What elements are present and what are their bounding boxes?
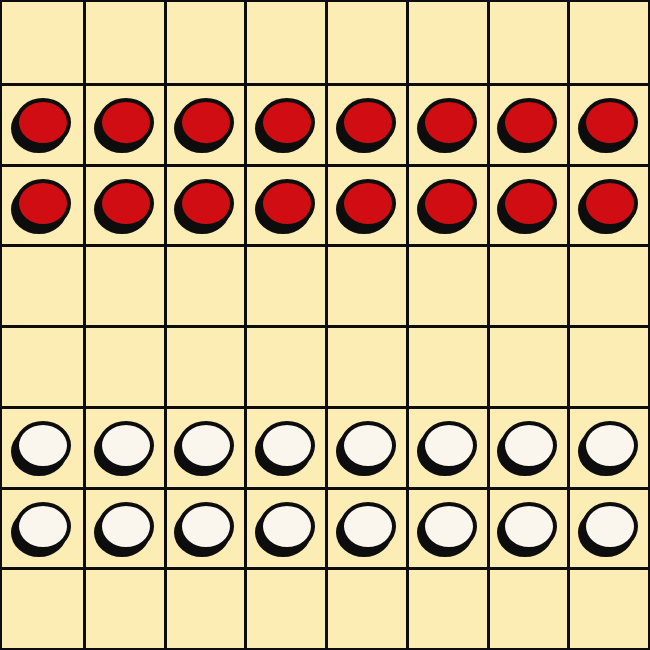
board-cell[interactable] [487, 487, 568, 568]
board-cell[interactable] [244, 164, 325, 245]
board-cell[interactable] [164, 487, 245, 568]
board [0, 0, 650, 650]
red-man[interactable] [421, 179, 477, 228]
red-man[interactable] [421, 98, 477, 147]
board-cell[interactable] [164, 83, 245, 164]
red-man[interactable] [340, 179, 396, 228]
red-man[interactable] [582, 98, 638, 147]
white-man[interactable] [98, 421, 154, 470]
red-man[interactable] [15, 98, 71, 147]
board-cell[interactable] [2, 244, 83, 325]
red-man[interactable] [178, 98, 234, 147]
white-man[interactable] [582, 421, 638, 470]
board-cell[interactable] [325, 244, 406, 325]
board-cell[interactable] [487, 325, 568, 406]
board-cell[interactable] [164, 567, 245, 648]
board-cell[interactable] [2, 406, 83, 487]
red-man[interactable] [501, 98, 557, 147]
board-cell[interactable] [244, 2, 325, 83]
board-cell[interactable] [487, 406, 568, 487]
board-cell[interactable] [2, 83, 83, 164]
red-man[interactable] [259, 179, 315, 228]
board-cell[interactable] [325, 164, 406, 245]
white-man[interactable] [501, 502, 557, 551]
board-cell[interactable] [567, 2, 648, 83]
board-cell[interactable] [244, 325, 325, 406]
board-cell[interactable] [567, 567, 648, 648]
board-cell[interactable] [83, 487, 164, 568]
board-cell[interactable] [244, 244, 325, 325]
white-man[interactable] [259, 421, 315, 470]
board-cell[interactable] [2, 325, 83, 406]
board-cell[interactable] [244, 567, 325, 648]
board-cell[interactable] [567, 83, 648, 164]
board-cell[interactable] [487, 2, 568, 83]
board-cell[interactable] [164, 244, 245, 325]
board-cell[interactable] [244, 487, 325, 568]
board-cell[interactable] [406, 567, 487, 648]
board-cell[interactable] [406, 244, 487, 325]
white-man[interactable] [15, 502, 71, 551]
board-cell[interactable] [83, 406, 164, 487]
board-cell[interactable] [83, 164, 164, 245]
board-cell[interactable] [83, 2, 164, 83]
board-cell[interactable] [2, 567, 83, 648]
board-cell[interactable] [406, 164, 487, 245]
board-cell[interactable] [567, 487, 648, 568]
board-cell[interactable] [406, 406, 487, 487]
board-cell[interactable] [83, 325, 164, 406]
white-man[interactable] [98, 502, 154, 551]
white-man[interactable] [582, 502, 638, 551]
board-cell[interactable] [325, 406, 406, 487]
board-cell[interactable] [2, 164, 83, 245]
white-man[interactable] [178, 421, 234, 470]
board-cell[interactable] [567, 244, 648, 325]
board-cell[interactable] [325, 567, 406, 648]
white-man[interactable] [178, 502, 234, 551]
red-man[interactable] [178, 179, 234, 228]
white-man[interactable] [421, 502, 477, 551]
board-cell[interactable] [83, 244, 164, 325]
board-cell[interactable] [487, 83, 568, 164]
board-cell[interactable] [406, 2, 487, 83]
red-man[interactable] [98, 98, 154, 147]
board-cell[interactable] [164, 164, 245, 245]
board-cell[interactable] [406, 487, 487, 568]
board-cell[interactable] [567, 325, 648, 406]
board-cell[interactable] [164, 325, 245, 406]
red-man[interactable] [340, 98, 396, 147]
board-cell[interactable] [244, 83, 325, 164]
board-cell[interactable] [2, 487, 83, 568]
red-man[interactable] [259, 98, 315, 147]
board-cell[interactable] [567, 406, 648, 487]
white-man[interactable] [501, 421, 557, 470]
board-cell[interactable] [164, 406, 245, 487]
board-cell[interactable] [164, 2, 245, 83]
white-man[interactable] [15, 421, 71, 470]
board-cell[interactable] [2, 2, 83, 83]
board-cell[interactable] [487, 164, 568, 245]
red-man[interactable] [501, 179, 557, 228]
board-cell[interactable] [325, 325, 406, 406]
red-man[interactable] [98, 179, 154, 228]
board-cell[interactable] [406, 325, 487, 406]
board-cell[interactable] [325, 83, 406, 164]
red-man[interactable] [15, 179, 71, 228]
board-cell[interactable] [325, 2, 406, 83]
board-cell[interactable] [83, 567, 164, 648]
board-cell[interactable] [325, 487, 406, 568]
board-cell[interactable] [83, 83, 164, 164]
white-man[interactable] [340, 502, 396, 551]
red-man[interactable] [582, 179, 638, 228]
white-man[interactable] [340, 421, 396, 470]
white-man[interactable] [259, 502, 315, 551]
board-cell[interactable] [487, 567, 568, 648]
white-man[interactable] [421, 421, 477, 470]
board-cell[interactable] [406, 83, 487, 164]
board-cell[interactable] [567, 164, 648, 245]
board-cell[interactable] [487, 244, 568, 325]
board-cell[interactable] [244, 406, 325, 487]
